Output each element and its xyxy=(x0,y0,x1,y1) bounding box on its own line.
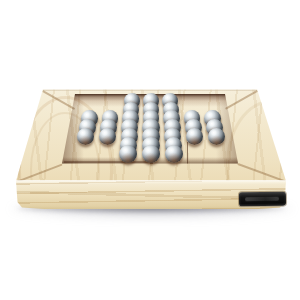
inset-seam xyxy=(64,161,152,162)
board-back-edge xyxy=(43,89,257,91)
brand-plate-embossing xyxy=(245,197,279,202)
board-front-edge-highlight xyxy=(16,180,286,184)
product-photo-stage xyxy=(0,0,300,300)
brand-plate xyxy=(239,192,286,207)
inset-seam xyxy=(187,142,189,164)
